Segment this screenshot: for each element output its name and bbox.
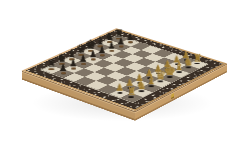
piece-base — [118, 45, 123, 47]
piece-base — [156, 72, 161, 74]
rook-glyph: ♜ — [193, 54, 202, 63]
piece-base — [183, 59, 188, 61]
rook-glyph: ♜ — [114, 29, 123, 38]
pawn-glyph: ♟ — [182, 51, 190, 59]
piece-base — [60, 71, 65, 73]
piece-base — [69, 59, 75, 61]
piece-base — [116, 37, 122, 39]
piece-base — [49, 68, 55, 70]
piece-base — [167, 76, 173, 78]
piece-base — [127, 87, 132, 89]
piece-base — [109, 49, 114, 51]
scene: ♜♞♝♛♚♝♞♜♟♟♟♟♟♟♟♟♟♟♟♟♟♟♟♟♜♞♝♛♚♝♞♜ — [0, 0, 240, 150]
black-knight-piece: ♞ — [57, 54, 67, 65]
piece-base — [117, 91, 122, 93]
piece-base — [176, 72, 182, 74]
piece-base — [148, 86, 154, 88]
case-latch-icon — [172, 93, 175, 99]
piece-base — [78, 54, 84, 56]
piece-base — [165, 68, 170, 70]
black-rook-piece: ♜ — [114, 29, 123, 39]
piece-base — [185, 67, 191, 69]
piece-base — [127, 41, 132, 43]
piece-base — [194, 62, 200, 64]
piece-base — [90, 58, 95, 60]
piece-base — [158, 81, 164, 83]
piece-base — [174, 63, 179, 65]
chess-set-photo: ♜♞♝♛♚♝♞♜♟♟♟♟♟♟♟♟♟♟♟♟♟♟♟♟♜♞♝♛♚♝♞♜ — [0, 0, 240, 150]
bishop-glyph: ♝ — [67, 49, 77, 59]
piece-base — [139, 91, 145, 93]
piece-base — [99, 53, 104, 55]
piece-base — [59, 63, 65, 65]
chess-board: ♜♞♝♛♚♝♞♜♟♟♟♟♟♟♟♟♟♟♟♟♟♟♟♟♜♞♝♛♚♝♞♜ — [22, 28, 228, 111]
piece-base — [97, 46, 103, 48]
piece-base — [129, 96, 135, 98]
piece-base — [137, 82, 142, 84]
piece-base — [107, 41, 113, 43]
piece-base — [147, 77, 152, 79]
white-pawn-piece: ♟ — [182, 51, 190, 60]
piece-base — [80, 62, 85, 64]
piece-base — [70, 67, 75, 69]
piece-base — [88, 50, 94, 52]
